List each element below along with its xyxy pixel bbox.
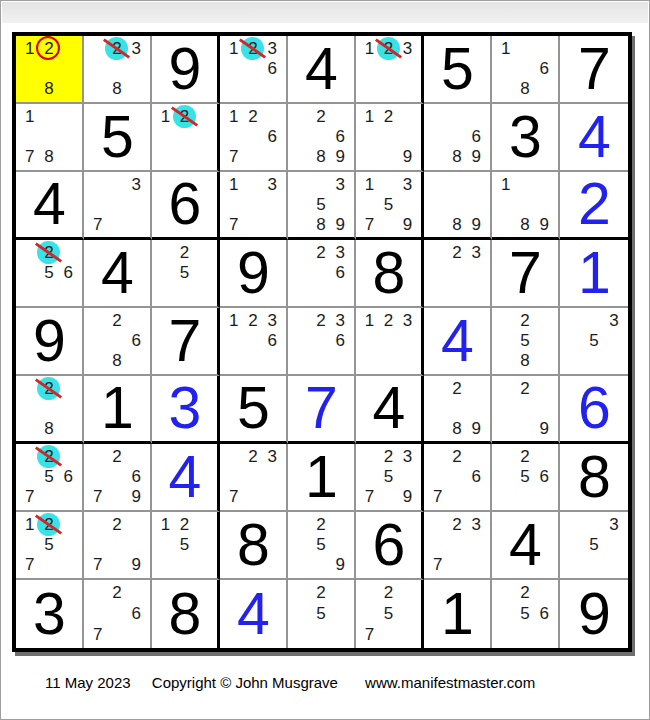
cell-r9c2[interactable]: 267 — [84, 580, 152, 648]
candidate-digit: 5 — [316, 536, 325, 553]
candidate-digit: 1 — [365, 176, 374, 193]
candidate-slot: 9 — [467, 418, 486, 438]
candidate-digit: 5 — [180, 264, 189, 281]
candidate-slot — [175, 283, 194, 303]
cell-r1c7[interactable]: 5 — [424, 36, 492, 104]
candidate-slot — [292, 262, 311, 282]
candidate-slot — [59, 418, 78, 438]
candidate-slot: 1 — [224, 106, 243, 126]
candidate-slot: 7 — [88, 214, 107, 234]
candidate-slot — [496, 214, 515, 234]
candidate-slot — [39, 126, 58, 146]
candidate-digit: 7 — [433, 556, 442, 573]
cell-r5c8[interactable]: 258 — [492, 308, 560, 376]
candidate-slot — [515, 398, 534, 418]
cell-r8c4[interactable]: 8 — [220, 512, 288, 580]
candidate-slot — [428, 194, 447, 214]
candidate-slot: 1 — [156, 514, 175, 534]
candidate-slot: 5 — [515, 330, 534, 350]
candidate-slot — [59, 534, 78, 554]
candidate-slot — [379, 214, 398, 234]
candidate-digit: 8 — [452, 148, 461, 165]
candidate-slot: 5 — [39, 466, 58, 486]
candidate-slot — [447, 398, 466, 418]
candidate-slot — [428, 378, 447, 398]
candidate-slot — [564, 310, 584, 330]
cell-r1c2[interactable]: 238 — [84, 36, 152, 104]
candidate-slot — [331, 514, 350, 534]
cell-r5c4[interactable]: 1236 — [220, 308, 288, 376]
candidate-slot — [39, 283, 58, 303]
candidate-slot — [564, 351, 584, 371]
cell-r6c7[interactable]: 289 — [424, 376, 492, 444]
pencil-marks: 178 — [16, 104, 82, 170]
candidate-slot — [156, 242, 175, 262]
candidate-digit: 7 — [93, 626, 102, 643]
cell-r5c2[interactable]: 268 — [84, 308, 152, 376]
candidate-slot — [175, 147, 194, 167]
candidate-slot — [398, 351, 417, 371]
candidate-slot — [428, 418, 447, 438]
candidate-slot: 9 — [127, 555, 146, 575]
candidate-slot: 6 — [331, 330, 350, 350]
cell-r6c8[interactable]: 29 — [492, 376, 560, 444]
candidate-digit: 8 — [316, 148, 325, 165]
candidate-slot: 8 — [515, 79, 534, 99]
candidate-slot — [467, 106, 486, 126]
candidate-slot — [311, 351, 330, 371]
candidate-slot — [127, 534, 146, 554]
candidate-slot — [263, 194, 282, 214]
pencil-marks: 168 — [492, 36, 558, 102]
cell-r4c8[interactable]: 7 — [492, 240, 560, 308]
candidate-slot — [88, 514, 107, 534]
candidate-slot — [428, 147, 447, 167]
cell-r6c6[interactable]: 4 — [356, 376, 424, 444]
candidate-slot — [496, 194, 515, 214]
candidate-slot: 6 — [59, 466, 78, 486]
cell-r5c5[interactable]: 236 — [288, 308, 356, 376]
candidate-digit: 7 — [433, 488, 442, 505]
candidate-slot — [447, 555, 466, 575]
candidate-slot — [59, 283, 78, 303]
candidate-digit: 3 — [132, 40, 141, 57]
candidate-slot: 3 — [604, 514, 624, 534]
candidate-digit: 1 — [365, 312, 374, 329]
candidate-slot: 7 — [88, 555, 107, 575]
pencil-marks: 2567 — [16, 444, 82, 510]
candidate-slot — [398, 603, 417, 624]
candidate-digit: 2 — [44, 516, 53, 533]
candidate-slot — [331, 351, 350, 371]
cell-r4c9[interactable]: 1 — [560, 240, 628, 308]
candidate-slot — [292, 514, 311, 534]
cell-r9c1[interactable]: 3 — [16, 580, 84, 648]
candidate-slot — [88, 194, 107, 214]
cell-r5c3[interactable]: 7 — [152, 308, 220, 376]
cell-r9c8[interactable]: 256 — [492, 580, 560, 648]
candidate-digit: 2 — [112, 516, 121, 533]
cell-r3c9[interactable]: 2 — [560, 172, 628, 240]
given-digit: 3 — [492, 104, 558, 170]
cell-r6c5[interactable]: 7 — [288, 376, 356, 444]
cell-r2c5[interactable]: 2689 — [288, 104, 356, 172]
candidate-slot — [360, 603, 379, 624]
candidate-slot — [292, 147, 311, 167]
candidate-digit: 1 — [161, 108, 170, 125]
pencil-marks: 2679 — [84, 444, 150, 510]
cell-r1c6[interactable]: 123 — [356, 36, 424, 104]
candidate-slot — [20, 58, 39, 78]
candidate-slot — [467, 194, 486, 214]
candidate-digit: 8 — [520, 352, 529, 369]
candidate-slot — [156, 283, 175, 303]
pencil-marks: 1257 — [16, 512, 82, 578]
candidate-slot — [467, 534, 486, 554]
candidate-slot: 8 — [39, 418, 58, 438]
cell-r3c8[interactable]: 189 — [492, 172, 560, 240]
cell-r6c4[interactable]: 5 — [220, 376, 288, 444]
candidate-digit: 8 — [520, 80, 529, 97]
candidate-slot — [447, 487, 466, 507]
candidate-slot: 9 — [331, 214, 350, 234]
candidate-digit: 9 — [336, 216, 345, 233]
given-digit: 4 — [84, 240, 150, 306]
cell-r4c5[interactable]: 236 — [288, 240, 356, 308]
cell-r8c6[interactable]: 6 — [356, 512, 424, 580]
candidate-slot — [379, 126, 398, 146]
candidate-slot — [292, 534, 311, 554]
candidate-slot: 2 — [447, 378, 466, 398]
candidate-digit: 6 — [540, 605, 549, 622]
candidate-digit: 2 — [316, 244, 325, 261]
candidate-slot — [107, 555, 126, 575]
candidate-slot — [428, 126, 447, 146]
candidate-digit: 2 — [520, 448, 529, 465]
candidate-slot: 8 — [515, 351, 534, 371]
candidate-digit: 6 — [472, 128, 481, 145]
cell-r1c3[interactable]: 9 — [152, 36, 220, 104]
cell-r1c5[interactable]: 4 — [288, 36, 356, 104]
cell-r2c9[interactable]: 4 — [560, 104, 628, 172]
candidate-slot — [107, 214, 126, 234]
cell-r2c7[interactable]: 689 — [424, 104, 492, 172]
candidate-slot — [398, 624, 417, 645]
candidate-digit: 3 — [403, 40, 412, 57]
cell-r2c4[interactable]: 1267 — [220, 104, 288, 172]
cell-r5c7[interactable]: 4 — [424, 308, 492, 376]
candidate-slot — [535, 487, 554, 507]
eliminated-candidate: 2 — [39, 378, 58, 398]
candidate-slot: 9 — [535, 214, 554, 234]
cell-r9c5[interactable]: 25 — [288, 580, 356, 648]
candidate-slot — [535, 174, 554, 194]
pencil-marks: 258 — [492, 308, 558, 374]
cell-r1c4[interactable]: 1236 — [220, 36, 288, 104]
cell-r3c7[interactable]: 89 — [424, 172, 492, 240]
candidate-slot: 6 — [331, 262, 350, 282]
candidate-slot: 6 — [535, 603, 554, 624]
candidate-slot — [535, 624, 554, 645]
candidate-slot — [496, 603, 515, 624]
candidate-digit: 2 — [112, 40, 121, 57]
pencil-marks: 237 — [424, 512, 490, 578]
solved-digit: 4 — [220, 580, 286, 648]
pencil-marks: 129 — [356, 104, 421, 170]
candidate-digit: 8 — [44, 80, 53, 97]
candidate-digit: 5 — [589, 536, 598, 553]
candidate-slot — [292, 624, 311, 645]
cell-r8c7[interactable]: 237 — [424, 512, 492, 580]
pencil-marks: 1267 — [220, 104, 286, 170]
candidate-slot — [194, 126, 213, 146]
cell-r8c2[interactable]: 279 — [84, 512, 152, 580]
candidate-digit: 5 — [384, 605, 393, 622]
candidate-slot — [243, 194, 262, 214]
cell-r4c4[interactable]: 9 — [220, 240, 288, 308]
candidate-digit: 9 — [132, 488, 141, 505]
cell-r7c6[interactable]: 23579 — [356, 444, 424, 512]
candidate-slot — [39, 487, 58, 507]
cell-r8c1[interactable]: 1257 — [16, 512, 84, 580]
footer-date: 11 May 2023 — [45, 674, 131, 691]
cell-r3c6[interactable]: 13579 — [356, 172, 424, 240]
candidate-slot: 1 — [496, 38, 515, 58]
candidate-digit: 7 — [229, 216, 238, 233]
candidate-slot: 6 — [467, 466, 486, 486]
candidate-slot: 7 — [360, 487, 379, 507]
candidate-slot — [224, 194, 243, 214]
candidate-slot: 8 — [39, 147, 58, 167]
candidate-digit: 3 — [609, 312, 618, 329]
given-digit: 8 — [356, 240, 421, 306]
candidate-slot: 9 — [398, 487, 417, 507]
cell-r7c2[interactable]: 2679 — [84, 444, 152, 512]
candidate-slot — [243, 487, 262, 507]
cell-r3c1[interactable]: 4 — [16, 172, 84, 240]
cell-r7c9[interactable]: 8 — [560, 444, 628, 512]
pencil-marks: 236 — [288, 240, 354, 306]
given-digit: 6 — [356, 512, 421, 578]
candidate-slot — [496, 330, 515, 350]
candidate-slot — [20, 398, 39, 418]
candidate-slot: 8 — [447, 147, 466, 167]
candidate-digit: 2 — [520, 312, 529, 329]
cell-r2c1[interactable]: 178 — [16, 104, 84, 172]
candidate-slot — [88, 310, 107, 330]
cell-r5c1[interactable]: 9 — [16, 308, 84, 376]
candidate-slot — [263, 214, 282, 234]
candidate-digit: 1 — [229, 312, 238, 329]
candidate-slot — [263, 487, 282, 507]
candidate-digit: 3 — [472, 516, 481, 533]
pencil-marks: 238 — [84, 36, 150, 102]
cell-r3c4[interactable]: 137 — [220, 172, 288, 240]
cell-r3c2[interactable]: 37 — [84, 172, 152, 240]
candidate-digit: 3 — [609, 516, 618, 533]
cell-r2c6[interactable]: 129 — [356, 104, 424, 172]
cell-r8c9[interactable]: 35 — [560, 512, 628, 580]
candidate-slot — [243, 58, 262, 78]
candidate-slot — [224, 446, 243, 466]
candidate-slot: 7 — [428, 555, 447, 575]
solved-digit: 4 — [152, 444, 217, 510]
candidate-slot — [535, 446, 554, 466]
cell-r8c5[interactable]: 259 — [288, 512, 356, 580]
candidate-slot: 8 — [311, 214, 330, 234]
candidate-digit: 1 — [229, 176, 238, 193]
candidate-slot — [194, 262, 213, 282]
candidate-digit: 1 — [25, 40, 34, 57]
candidate-slot — [398, 106, 417, 126]
candidate-slot: 5 — [379, 194, 398, 214]
candidate-digit: 2 — [44, 40, 53, 57]
cell-r4c3[interactable]: 25 — [152, 240, 220, 308]
candidate-slot: 7 — [224, 147, 243, 167]
candidate-slot: 1 — [20, 106, 39, 126]
cell-r2c8[interactable]: 3 — [492, 104, 560, 172]
cell-r5c9[interactable]: 35 — [560, 308, 628, 376]
cell-r9c9[interactable]: 9 — [560, 580, 628, 648]
candidate-slot: 2 — [515, 446, 534, 466]
candidate-slot — [59, 147, 78, 167]
cell-r1c9[interactable]: 7 — [560, 36, 628, 104]
candidate-slot — [428, 534, 447, 554]
cell-r7c3[interactable]: 4 — [152, 444, 220, 512]
footer-copyright: Copyright © John Musgrave — [152, 674, 338, 691]
cell-r5c6[interactable]: 123 — [356, 308, 424, 376]
candidate-slot — [360, 466, 379, 486]
given-digit: 5 — [220, 376, 286, 441]
candidate-digit: 2 — [452, 380, 461, 397]
cell-r4c6[interactable]: 8 — [356, 240, 424, 308]
candidate-digit: 5 — [44, 468, 53, 485]
cell-r9c4[interactable]: 4 — [220, 580, 288, 648]
candidate-slot — [224, 466, 243, 486]
candidate-slot — [127, 310, 146, 330]
cell-r2c3[interactable]: 12 — [152, 104, 220, 172]
candidate-digit: 2 — [384, 108, 393, 125]
candidate-slot: 5 — [311, 534, 330, 554]
candidate-slot — [535, 38, 554, 58]
cell-r9c7[interactable]: 1 — [424, 580, 492, 648]
candidate-slot: 7 — [360, 214, 379, 234]
pencil-marks: 1236 — [220, 308, 286, 374]
candidate-slot — [127, 351, 146, 371]
candidate-slot — [467, 283, 486, 303]
candidate-slot — [360, 58, 379, 78]
cell-r7c7[interactable]: 267 — [424, 444, 492, 512]
pencil-marks: 256 — [492, 580, 558, 648]
cell-r4c2[interactable]: 4 — [84, 240, 152, 308]
candidate-digit: 7 — [229, 148, 238, 165]
candidate-slot — [127, 514, 146, 534]
candidate-digit: 6 — [540, 60, 549, 77]
cell-r1c8[interactable]: 168 — [492, 36, 560, 104]
candidate-digit: 9 — [336, 556, 345, 573]
cell-r6c3[interactable]: 3 — [152, 376, 220, 444]
candidate-slot — [224, 330, 243, 350]
cell-r7c5[interactable]: 1 — [288, 444, 356, 512]
candidate-slot: 8 — [515, 214, 534, 234]
candidate-slot — [311, 624, 330, 645]
candidate-slot — [59, 398, 78, 418]
cell-r9c6[interactable]: 257 — [356, 580, 424, 648]
candidate-slot — [224, 58, 243, 78]
cell-r6c1[interactable]: 28 — [16, 376, 84, 444]
candidate-slot: 2 — [379, 582, 398, 603]
candidate-slot — [292, 106, 311, 126]
candidate-slot — [88, 330, 107, 350]
cell-r8c3[interactable]: 125 — [152, 512, 220, 580]
candidate-slot — [428, 262, 447, 282]
candidate-digit: 2 — [520, 584, 529, 601]
cell-r7c8[interactable]: 256 — [492, 444, 560, 512]
candidate-slot — [535, 79, 554, 99]
candidate-slot — [127, 446, 146, 466]
candidate-digit: 6 — [132, 468, 141, 485]
candidate-slot — [127, 194, 146, 214]
candidate-digit: 8 — [44, 148, 53, 165]
cell-r3c3[interactable]: 6 — [152, 172, 220, 240]
solved-digit: 7 — [288, 376, 354, 441]
cell-r3c5[interactable]: 3589 — [288, 172, 356, 240]
candidate-slot: 7 — [88, 624, 107, 645]
candidate-slot — [311, 126, 330, 146]
given-digit: 7 — [560, 36, 628, 102]
candidate-slot — [515, 174, 534, 194]
cell-r7c4[interactable]: 237 — [220, 444, 288, 512]
candidate-slot — [360, 351, 379, 371]
candidate-slot — [604, 351, 624, 371]
candidate-digit: 9 — [336, 148, 345, 165]
candidate-digit: 2 — [248, 108, 257, 125]
cell-r4c1[interactable]: 256 — [16, 240, 84, 308]
candidate-slot — [515, 58, 534, 78]
candidate-digit: 3 — [336, 312, 345, 329]
candidate-slot: 6 — [535, 466, 554, 486]
cell-r7c1[interactable]: 2567 — [16, 444, 84, 512]
candidate-slot — [447, 283, 466, 303]
candidate-slot — [292, 555, 311, 575]
candidate-slot — [194, 555, 213, 575]
candidate-digit: 2 — [248, 448, 257, 465]
pencil-marks: 689 — [424, 104, 490, 170]
cell-r8c8[interactable]: 4 — [492, 512, 560, 580]
candidate-slot — [311, 330, 330, 350]
cell-r6c2[interactable]: 1 — [84, 376, 152, 444]
candidate-slot — [447, 126, 466, 146]
candidate-digit: 2 — [384, 40, 393, 57]
candidate-slot: 2 — [515, 378, 534, 398]
candidate-slot: 5 — [175, 534, 194, 554]
cell-r2c2[interactable]: 5 — [84, 104, 152, 172]
candidate-slot — [156, 262, 175, 282]
candidate-slot — [428, 214, 447, 234]
cell-r9c3[interactable]: 8 — [152, 580, 220, 648]
candidate-slot — [331, 534, 350, 554]
cell-r4c7[interactable]: 23 — [424, 240, 492, 308]
cell-r1c1[interactable]: 128 — [16, 36, 84, 104]
candidate-slot — [194, 242, 213, 262]
candidate-slot: 3 — [263, 174, 282, 194]
cell-r6c9[interactable]: 6 — [560, 376, 628, 444]
candidate-slot: 3 — [331, 174, 350, 194]
candidate-slot — [292, 603, 311, 624]
candidate-slot — [331, 624, 350, 645]
candidate-slot — [447, 194, 466, 214]
given-digit: 6 — [152, 172, 217, 237]
